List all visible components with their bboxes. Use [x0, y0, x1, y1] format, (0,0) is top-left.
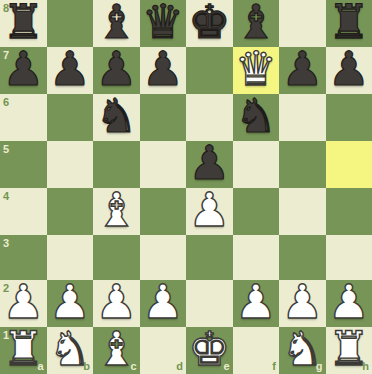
- square-h1[interactable]: h♜: [326, 327, 372, 374]
- white-pawn-piece[interactable]: ♟: [328, 278, 370, 325]
- square-c2[interactable]: ♟: [93, 280, 140, 327]
- black-rook-piece[interactable]: ♜: [2, 0, 44, 45]
- white-knight-piece[interactable]: ♞: [49, 325, 91, 372]
- white-pawn-piece[interactable]: ♟: [235, 278, 277, 325]
- white-pawn-piece[interactable]: ♟: [95, 278, 137, 325]
- square-e2[interactable]: [186, 280, 233, 327]
- square-f1[interactable]: f: [233, 327, 280, 374]
- square-f5[interactable]: [233, 141, 280, 188]
- square-h6[interactable]: [326, 94, 372, 141]
- square-b7[interactable]: ♟: [47, 47, 94, 94]
- square-h2[interactable]: ♟: [326, 280, 372, 327]
- square-a4[interactable]: 4: [0, 188, 47, 235]
- square-d8[interactable]: ♛: [140, 0, 187, 47]
- square-b2[interactable]: ♟: [47, 280, 94, 327]
- square-d1[interactable]: d: [140, 327, 187, 374]
- square-a8[interactable]: 8♜: [0, 0, 47, 47]
- file-label-f: f: [272, 361, 276, 372]
- square-g8[interactable]: [279, 0, 326, 47]
- rank-label-6: 6: [3, 97, 9, 108]
- square-d7[interactable]: ♟: [140, 47, 187, 94]
- square-a2[interactable]: 2♟: [0, 280, 47, 327]
- black-pawn-piece[interactable]: ♟: [188, 139, 230, 186]
- square-e7[interactable]: [186, 47, 233, 94]
- black-pawn-piece[interactable]: ♟: [95, 45, 137, 92]
- square-e4[interactable]: ♟: [186, 188, 233, 235]
- square-e6[interactable]: [186, 94, 233, 141]
- square-f8[interactable]: ♝: [233, 0, 280, 47]
- black-bishop-piece[interactable]: ♝: [235, 0, 277, 45]
- square-b6[interactable]: [47, 94, 94, 141]
- square-d5[interactable]: [140, 141, 187, 188]
- rank-label-3: 3: [3, 238, 9, 249]
- square-b4[interactable]: [47, 188, 94, 235]
- black-pawn-piece[interactable]: ♟: [2, 45, 44, 92]
- square-g4[interactable]: [279, 188, 326, 235]
- square-h4[interactable]: [326, 188, 372, 235]
- black-queen-piece[interactable]: ♛: [142, 0, 184, 45]
- square-d4[interactable]: [140, 188, 187, 235]
- square-c1[interactable]: c♝: [93, 327, 140, 374]
- black-pawn-piece[interactable]: ♟: [142, 45, 184, 92]
- white-king-piece[interactable]: ♚: [188, 325, 230, 372]
- square-g6[interactable]: [279, 94, 326, 141]
- square-g5[interactable]: [279, 141, 326, 188]
- square-a7[interactable]: 7♟: [0, 47, 47, 94]
- square-f6[interactable]: ♞: [233, 94, 280, 141]
- black-knight-piece[interactable]: ♞: [95, 92, 137, 139]
- square-e5[interactable]: ♟: [186, 141, 233, 188]
- rank-label-5: 5: [3, 144, 9, 155]
- white-rook-piece[interactable]: ♜: [328, 325, 370, 372]
- file-label-d: d: [176, 361, 183, 372]
- black-rook-piece[interactable]: ♜: [328, 0, 370, 45]
- square-g7[interactable]: ♟: [279, 47, 326, 94]
- black-knight-piece[interactable]: ♞: [235, 92, 277, 139]
- square-c8[interactable]: ♝: [93, 0, 140, 47]
- square-g2[interactable]: ♟: [279, 280, 326, 327]
- white-rook-piece[interactable]: ♜: [2, 325, 44, 372]
- square-e8[interactable]: ♚: [186, 0, 233, 47]
- black-pawn-piece[interactable]: ♟: [281, 45, 323, 92]
- white-pawn-piece[interactable]: ♟: [49, 278, 91, 325]
- square-d2[interactable]: ♟: [140, 280, 187, 327]
- black-king-piece[interactable]: ♚: [188, 0, 230, 45]
- square-e1[interactable]: e♚: [186, 327, 233, 374]
- square-h5[interactable]: [326, 141, 372, 188]
- square-h8[interactable]: ♜: [326, 0, 372, 47]
- square-c4[interactable]: ♝: [93, 188, 140, 235]
- square-g1[interactable]: g♞: [279, 327, 326, 374]
- square-d6[interactable]: [140, 94, 187, 141]
- white-queen-piece[interactable]: ♛: [235, 45, 277, 92]
- square-c7[interactable]: ♟: [93, 47, 140, 94]
- square-b5[interactable]: [47, 141, 94, 188]
- white-bishop-piece[interactable]: ♝: [95, 325, 137, 372]
- rank-label-4: 4: [3, 191, 9, 202]
- white-bishop-piece[interactable]: ♝: [95, 186, 137, 233]
- square-a1[interactable]: 1a♜: [0, 327, 47, 374]
- square-f2[interactable]: ♟: [233, 280, 280, 327]
- square-a6[interactable]: 6: [0, 94, 47, 141]
- white-knight-piece[interactable]: ♞: [281, 325, 323, 372]
- square-e3[interactable]: [186, 235, 233, 280]
- white-pawn-piece[interactable]: ♟: [142, 278, 184, 325]
- square-b8[interactable]: [47, 0, 94, 47]
- chess-board: 8♜♝♛♚♝♜7♟♟♟♟♛♟♟6♞♞5♟4♝♟32♟♟♟♟♟♟♟1a♜b♞c♝d…: [0, 0, 372, 374]
- square-f7[interactable]: ♛: [233, 47, 280, 94]
- square-f4[interactable]: [233, 188, 280, 235]
- black-bishop-piece[interactable]: ♝: [95, 0, 137, 45]
- square-c5[interactable]: [93, 141, 140, 188]
- black-pawn-piece[interactable]: ♟: [328, 45, 370, 92]
- square-b1[interactable]: b♞: [47, 327, 94, 374]
- square-a5[interactable]: 5: [0, 141, 47, 188]
- square-c6[interactable]: ♞: [93, 94, 140, 141]
- black-pawn-piece[interactable]: ♟: [49, 45, 91, 92]
- white-pawn-piece[interactable]: ♟: [281, 278, 323, 325]
- square-h7[interactable]: ♟: [326, 47, 372, 94]
- white-pawn-piece[interactable]: ♟: [188, 186, 230, 233]
- white-pawn-piece[interactable]: ♟: [2, 278, 44, 325]
